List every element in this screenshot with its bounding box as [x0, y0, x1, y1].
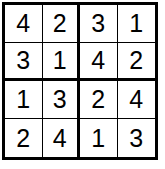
- cell-r1c1[interactable]: 4: [5, 5, 43, 43]
- cell-r3c1[interactable]: 1: [5, 81, 43, 119]
- cell-r3c3[interactable]: 2: [80, 81, 118, 119]
- cell-r4c3[interactable]: 1: [80, 119, 118, 157]
- cell-r1c2[interactable]: 2: [43, 5, 81, 43]
- cell-r2c4[interactable]: 2: [118, 43, 156, 81]
- cell-r2c1[interactable]: 3: [5, 43, 43, 81]
- cell-r1c4[interactable]: 1: [118, 5, 156, 43]
- cell-r4c1[interactable]: 2: [5, 119, 43, 157]
- cell-r2c3[interactable]: 4: [80, 43, 118, 81]
- cell-r1c3[interactable]: 3: [80, 5, 118, 43]
- cell-r4c2[interactable]: 4: [43, 119, 81, 157]
- cell-r3c2[interactable]: 3: [43, 81, 81, 119]
- cell-r4c4[interactable]: 3: [118, 119, 156, 157]
- cell-r2c2[interactable]: 1: [43, 43, 81, 81]
- cell-r3c4[interactable]: 4: [118, 81, 156, 119]
- sudoku-board: 4231314213242413: [2, 2, 158, 160]
- board-wrapper: 4231314213242413: [0, 0, 165, 164]
